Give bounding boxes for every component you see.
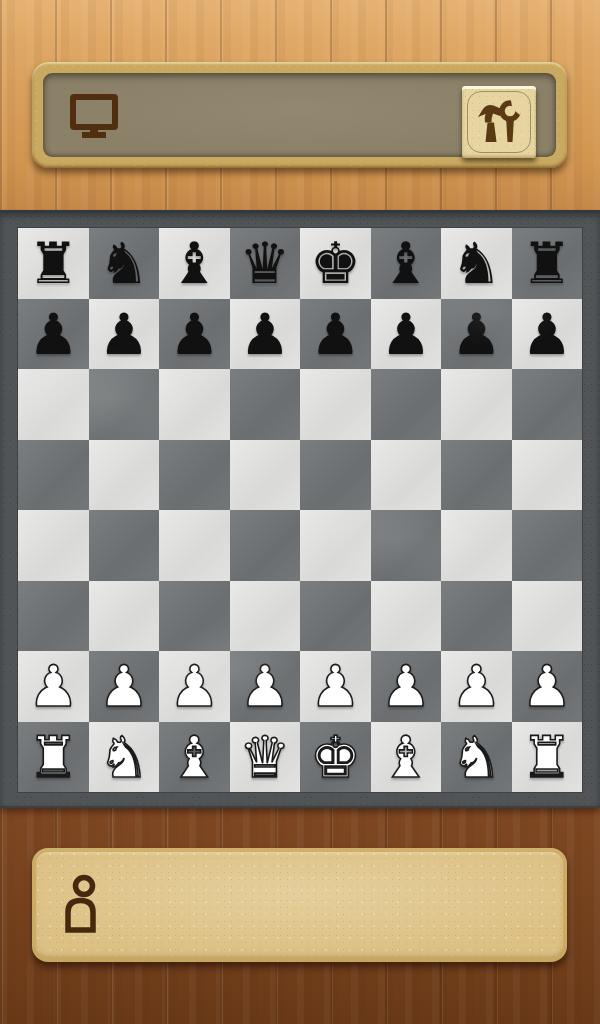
piece-white-bishop[interactable]: ♝ — [380, 722, 431, 792]
square-d3[interactable] — [230, 581, 301, 652]
opponent-panel[interactable] — [32, 62, 567, 168]
piece-black-pawn[interactable]: ♟ — [310, 299, 361, 369]
square-c2[interactable]: ♟ — [159, 651, 230, 722]
square-e5[interactable] — [300, 440, 371, 511]
square-c6[interactable] — [159, 369, 230, 440]
square-c5[interactable] — [159, 440, 230, 511]
square-b6[interactable] — [89, 369, 160, 440]
square-f1[interactable]: ♝ — [371, 722, 442, 793]
piece-white-rook[interactable]: ♜ — [28, 722, 79, 792]
square-b5[interactable] — [89, 440, 160, 511]
square-h3[interactable] — [512, 581, 583, 652]
square-d8[interactable]: ♛ — [230, 228, 301, 299]
square-e2[interactable]: ♟ — [300, 651, 371, 722]
square-h7[interactable]: ♟ — [512, 299, 583, 370]
computer-monitor-icon — [69, 90, 119, 140]
square-h5[interactable] — [512, 440, 583, 511]
piece-white-pawn[interactable]: ♟ — [451, 651, 502, 721]
square-f7[interactable]: ♟ — [371, 299, 442, 370]
piece-black-knight[interactable]: ♞ — [451, 228, 502, 298]
tools-button[interactable] — [462, 86, 536, 158]
piece-white-pawn[interactable]: ♟ — [310, 651, 361, 721]
square-b8[interactable]: ♞ — [89, 228, 160, 299]
piece-black-queen[interactable]: ♛ — [239, 228, 290, 298]
square-h2[interactable]: ♟ — [512, 651, 583, 722]
square-a2[interactable]: ♟ — [18, 651, 89, 722]
square-d2[interactable]: ♟ — [230, 651, 301, 722]
piece-white-pawn[interactable]: ♟ — [28, 651, 79, 721]
square-e1[interactable]: ♚ — [300, 722, 371, 793]
square-g2[interactable]: ♟ — [441, 651, 512, 722]
piece-black-rook[interactable]: ♜ — [521, 228, 572, 298]
square-g5[interactable] — [441, 440, 512, 511]
square-g8[interactable]: ♞ — [441, 228, 512, 299]
square-b1[interactable]: ♞ — [89, 722, 160, 793]
square-h4[interactable] — [512, 510, 583, 581]
piece-black-bishop[interactable]: ♝ — [380, 228, 431, 298]
square-e4[interactable] — [300, 510, 371, 581]
square-a4[interactable] — [18, 510, 89, 581]
square-b3[interactable] — [89, 581, 160, 652]
square-f2[interactable]: ♟ — [371, 651, 442, 722]
square-a8[interactable]: ♜ — [18, 228, 89, 299]
square-h1[interactable]: ♜ — [512, 722, 583, 793]
square-g3[interactable] — [441, 581, 512, 652]
piece-black-king[interactable]: ♚ — [310, 228, 361, 298]
square-h6[interactable] — [512, 369, 583, 440]
piece-black-pawn[interactable]: ♟ — [98, 299, 149, 369]
piece-white-bishop[interactable]: ♝ — [169, 722, 220, 792]
square-d4[interactable] — [230, 510, 301, 581]
square-e8[interactable]: ♚ — [300, 228, 371, 299]
square-h8[interactable]: ♜ — [512, 228, 583, 299]
piece-white-knight[interactable]: ♞ — [451, 722, 502, 792]
square-g1[interactable]: ♞ — [441, 722, 512, 793]
square-f6[interactable] — [371, 369, 442, 440]
square-c7[interactable]: ♟ — [159, 299, 230, 370]
square-g7[interactable]: ♟ — [441, 299, 512, 370]
piece-white-pawn[interactable]: ♟ — [521, 651, 572, 721]
hammer-wrench-icon — [473, 96, 525, 148]
square-d7[interactable]: ♟ — [230, 299, 301, 370]
piece-black-pawn[interactable]: ♟ — [28, 299, 79, 369]
square-c3[interactable] — [159, 581, 230, 652]
square-e7[interactable]: ♟ — [300, 299, 371, 370]
piece-black-pawn[interactable]: ♟ — [239, 299, 290, 369]
square-e3[interactable] — [300, 581, 371, 652]
square-g6[interactable] — [441, 369, 512, 440]
square-c4[interactable] — [159, 510, 230, 581]
piece-white-pawn[interactable]: ♟ — [169, 651, 220, 721]
square-f8[interactable]: ♝ — [371, 228, 442, 299]
chess-board[interactable]: ♜♞♝♛♚♝♞♜♟♟♟♟♟♟♟♟♟♟♟♟♟♟♟♟♜♞♝♛♚♝♞♜ — [18, 228, 582, 792]
square-a6[interactable] — [18, 369, 89, 440]
opponent-panel-inner — [43, 73, 556, 157]
piece-black-pawn[interactable]: ♟ — [169, 299, 220, 369]
square-f5[interactable] — [371, 440, 442, 511]
piece-white-pawn[interactable]: ♟ — [239, 651, 290, 721]
square-a7[interactable]: ♟ — [18, 299, 89, 370]
piece-white-queen[interactable]: ♛ — [239, 722, 290, 792]
square-b4[interactable] — [89, 510, 160, 581]
square-c1[interactable]: ♝ — [159, 722, 230, 793]
piece-white-king[interactable]: ♚ — [310, 722, 361, 792]
square-f3[interactable] — [371, 581, 442, 652]
piece-white-rook[interactable]: ♜ — [521, 722, 572, 792]
square-a1[interactable]: ♜ — [18, 722, 89, 793]
square-b7[interactable]: ♟ — [89, 299, 160, 370]
square-f4[interactable] — [371, 510, 442, 581]
piece-black-knight[interactable]: ♞ — [98, 228, 149, 298]
player-panel[interactable] — [32, 848, 567, 962]
board-frame: ♜♞♝♛♚♝♞♜♟♟♟♟♟♟♟♟♟♟♟♟♟♟♟♟♜♞♝♛♚♝♞♜ — [0, 210, 600, 808]
square-e6[interactable] — [300, 369, 371, 440]
square-a3[interactable] — [18, 581, 89, 652]
square-c8[interactable]: ♝ — [159, 228, 230, 299]
piece-black-pawn[interactable]: ♟ — [521, 299, 572, 369]
piece-white-pawn[interactable]: ♟ — [380, 651, 431, 721]
piece-black-rook[interactable]: ♜ — [28, 228, 79, 298]
piece-white-knight[interactable]: ♞ — [98, 722, 149, 792]
square-b2[interactable]: ♟ — [89, 651, 160, 722]
piece-black-pawn[interactable]: ♟ — [451, 299, 502, 369]
square-g4[interactable] — [441, 510, 512, 581]
square-d5[interactable] — [230, 440, 301, 511]
piece-black-pawn[interactable]: ♟ — [380, 299, 431, 369]
square-d6[interactable] — [230, 369, 301, 440]
person-icon — [60, 874, 102, 936]
piece-black-bishop[interactable]: ♝ — [169, 228, 220, 298]
square-d1[interactable]: ♛ — [230, 722, 301, 793]
square-a5[interactable] — [18, 440, 89, 511]
piece-white-pawn[interactable]: ♟ — [98, 651, 149, 721]
